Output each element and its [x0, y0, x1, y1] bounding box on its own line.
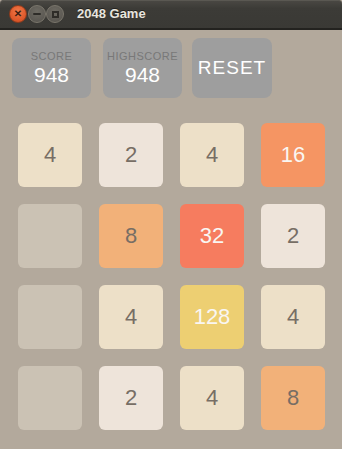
highscore-label: HIGHSCORE	[107, 50, 178, 62]
highscore-value: 948	[125, 63, 160, 86]
tile-r2c4: 2	[261, 204, 325, 268]
app-window: ✕ 2048 Game SCORE 948 HIGHSCORE 948 RESE…	[0, 0, 342, 449]
reset-button[interactable]: RESET	[192, 38, 272, 98]
minimize-icon	[33, 13, 41, 15]
tile-r3c1	[18, 285, 82, 349]
maximize-button[interactable]	[46, 5, 64, 23]
minimize-button[interactable]	[28, 5, 46, 23]
close-button[interactable]: ✕	[9, 5, 27, 23]
tile-r1c3: 4	[180, 123, 244, 187]
score-value: 948	[34, 63, 69, 86]
tile-r1c4: 16	[261, 123, 325, 187]
score-label: SCORE	[31, 50, 73, 62]
tile-r4c4: 8	[261, 366, 325, 430]
tile-r2c3: 32	[180, 204, 244, 268]
tile-r2c1	[18, 204, 82, 268]
game-board: 4 2 4 16 8 32 2 4 128 4 2 4 8	[18, 123, 325, 430]
tile-r1c2: 2	[99, 123, 163, 187]
title-bar: ✕ 2048 Game	[0, 0, 342, 30]
tile-r3c2: 4	[99, 285, 163, 349]
tile-r3c4: 4	[261, 285, 325, 349]
tile-r3c3: 128	[180, 285, 244, 349]
tile-r2c2: 8	[99, 204, 163, 268]
tile-r4c2: 2	[99, 366, 163, 430]
maximize-icon	[52, 11, 59, 18]
tile-r4c3: 4	[180, 366, 244, 430]
window-title: 2048 Game	[77, 0, 146, 28]
score-box: SCORE 948	[12, 38, 91, 98]
tile-r4c1	[18, 366, 82, 430]
close-icon: ✕	[14, 9, 22, 19]
tile-r1c1: 4	[18, 123, 82, 187]
highscore-box: HIGHSCORE 948	[103, 38, 182, 98]
